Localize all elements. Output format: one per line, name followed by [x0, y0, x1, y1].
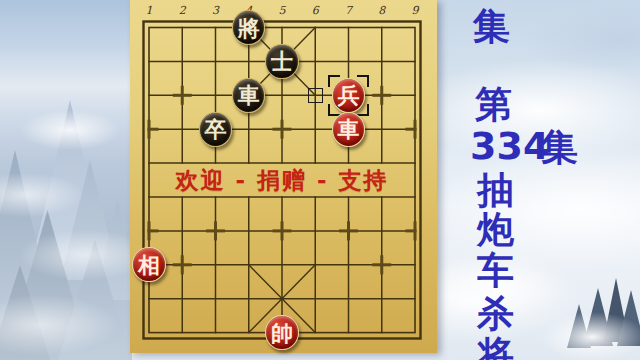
title-char-top: 集 — [473, 8, 510, 45]
subtitle-char: 将 — [477, 336, 514, 360]
board-point[interactable]: 士 — [265, 44, 298, 78]
piece-black-advisor[interactable]: 士 — [265, 44, 298, 79]
piece-red-chariot[interactable]: 車 — [332, 112, 365, 147]
piece-black-chariot[interactable]: 車 — [232, 78, 265, 113]
board-point[interactable] — [299, 78, 332, 112]
board-point[interactable]: 兵 — [332, 78, 365, 112]
subtitle-char: 车 — [477, 252, 514, 289]
board-point[interactable]: 帥 — [265, 316, 298, 350]
snow-overlay — [0, 0, 132, 360]
episode-suffix: 集 — [541, 129, 578, 166]
episode-prefix: 第 — [475, 86, 512, 123]
board-point[interactable]: 卒 — [199, 112, 232, 146]
piece-black-general[interactable]: 將 — [232, 10, 265, 45]
scene: 123456789 欢迎 - 捐赠 - 支持 將士車卒兵車相帥 集 第 334 … — [0, 0, 640, 360]
piece-red-elephant[interactable]: 相 — [132, 247, 165, 282]
board-point[interactable]: 將 — [232, 11, 265, 45]
points-grid: 將士車卒兵車相帥 — [132, 11, 431, 350]
episode-number: 334 — [470, 127, 549, 165]
board-point[interactable]: 車 — [232, 78, 265, 112]
move-from-marker — [308, 88, 323, 103]
snow-forest-background — [0, 0, 132, 360]
subtitle-char: 炮 — [477, 211, 514, 248]
subtitle-char: 杀 — [477, 295, 514, 332]
piece-red-general[interactable]: 帥 — [265, 315, 298, 350]
board-point[interactable]: 相 — [132, 248, 165, 282]
subtitle-char: 抽 — [477, 172, 514, 209]
piece-black-soldier[interactable]: 卒 — [199, 112, 232, 147]
board-point[interactable]: 車 — [332, 112, 365, 146]
piece-red-soldier[interactable]: 兵 — [332, 78, 365, 113]
xiangqi-board[interactable]: 123456789 欢迎 - 捐赠 - 支持 將士車卒兵車相帥 — [130, 0, 437, 353]
